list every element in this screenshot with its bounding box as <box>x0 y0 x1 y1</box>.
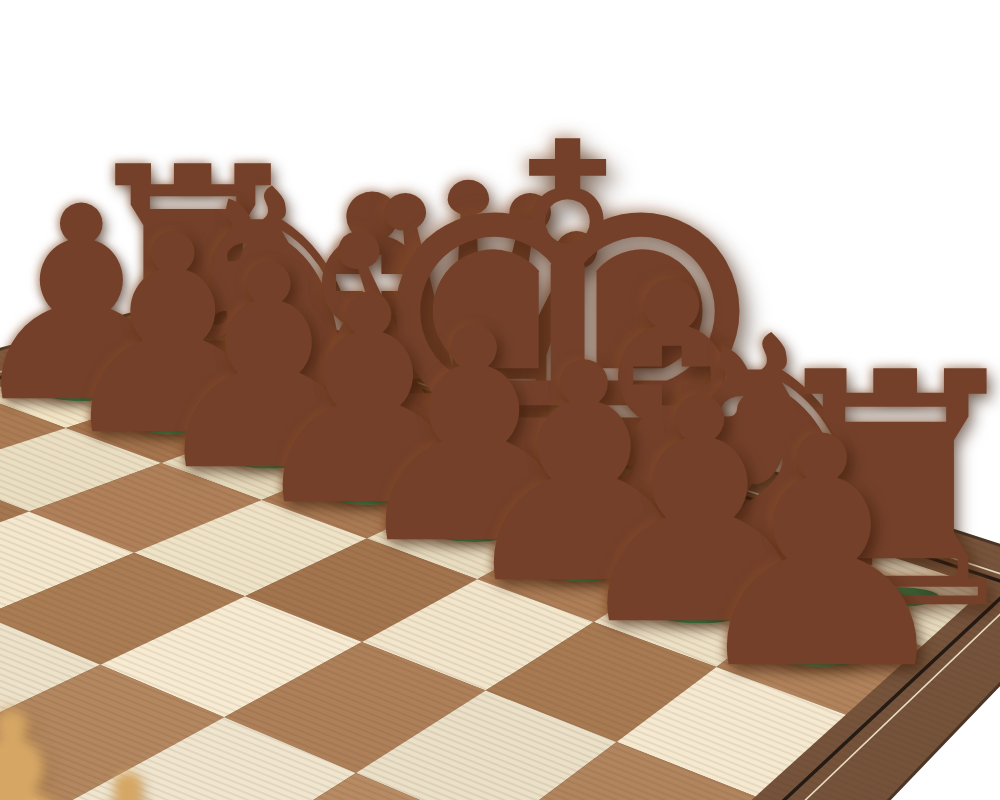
piece-glyph: ♟ <box>680 396 964 713</box>
chess-set-photo: ♜♞♟♝♟♛♟♚♟♝♟♞♟♜♟♟♟♟ <box>0 0 1000 800</box>
